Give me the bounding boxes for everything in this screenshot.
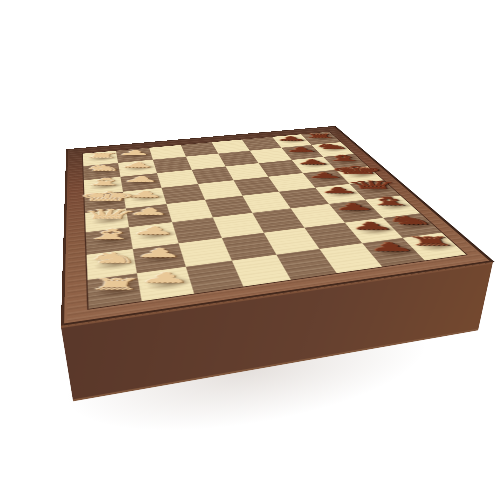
square-c3	[172, 218, 222, 243]
square-d3	[166, 200, 213, 223]
white-pawn-icon: ♟	[109, 246, 208, 259]
white-pawn-icon: ♟	[105, 206, 192, 216]
piece-shadow	[132, 209, 175, 222]
square-c6	[291, 204, 344, 227]
white-rook-icon: ♜	[60, 276, 169, 292]
square-a2	[137, 267, 193, 301]
square-b1	[87, 249, 138, 280]
square-b8	[383, 213, 442, 238]
square-c7	[329, 200, 383, 223]
piece-shadow	[90, 214, 133, 227]
piece-shadow	[139, 250, 188, 267]
square-c1	[86, 227, 133, 254]
white-pawn-icon: ♟	[112, 270, 217, 285]
square-a1	[88, 273, 143, 309]
piece-shadow	[144, 274, 196, 293]
piece-shadow	[374, 201, 418, 213]
white-pawn-icon: ♟	[107, 225, 200, 236]
piece-shadow	[354, 223, 402, 237]
square-a4	[232, 255, 291, 287]
square-b4	[221, 232, 276, 260]
square-e2	[123, 188, 166, 209]
square-a3	[185, 260, 243, 293]
piece-shadow	[91, 233, 137, 248]
square-c4	[213, 213, 264, 238]
piece-shadow	[89, 196, 130, 208]
black-pawn-icon: ♟	[341, 241, 441, 253]
square-b3	[178, 238, 232, 267]
white-bishop-icon: ♝	[62, 227, 158, 241]
piece-shadow	[393, 218, 440, 232]
black-rook-icon: ♜	[382, 235, 482, 247]
square-c5	[252, 208, 304, 232]
square-e1	[84, 192, 126, 213]
square-b2	[133, 243, 185, 273]
square-a7	[362, 238, 425, 267]
piece-shadow	[93, 281, 146, 301]
piece-shadow	[337, 205, 382, 218]
square-c2	[129, 222, 178, 248]
square-b5	[264, 227, 320, 254]
square-d1	[85, 208, 129, 232]
product-photo-scene: ♜♞♝♛♚♝♞♜♟♟♟♟♟♟♟♟♟♟♟♟♟♟♟♟♜♞♝♛♚♝♞♜	[0, 0, 500, 500]
white-knight-icon: ♞	[61, 250, 163, 265]
square-b6	[304, 222, 361, 248]
black-pawn-icon: ♟	[325, 220, 418, 231]
black-knight-icon: ♞	[363, 214, 456, 226]
square-a8	[402, 232, 466, 260]
piece-shadow	[372, 244, 423, 260]
square-d4	[205, 196, 253, 218]
square-b7	[344, 218, 402, 243]
square-a5	[276, 249, 337, 280]
black-bishop-icon: ♝	[346, 196, 434, 208]
white-queen-icon: ♛	[63, 208, 154, 222]
piece-shadow	[135, 228, 181, 243]
chess-box: ♜♞♝♛♚♝♞♜♟♟♟♟♟♟♟♟♟♟♟♟♟♟♟♟♜♞♝♛♚♝♞♜	[61, 126, 493, 326]
square-a6	[320, 243, 382, 273]
black-pawn-icon: ♟	[311, 202, 398, 212]
piece-shadow	[92, 255, 141, 272]
square-c8	[365, 196, 420, 218]
piece-shadow	[413, 239, 464, 255]
square-d2	[126, 204, 172, 227]
